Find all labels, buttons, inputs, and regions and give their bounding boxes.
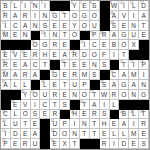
cell-letter: E xyxy=(62,23,66,30)
grid-cell-r8c6[interactable]: 35G xyxy=(50,70,60,80)
grid-cell-r4c14[interactable]: U xyxy=(129,31,139,41)
clue-number: 5 xyxy=(41,1,43,4)
grid-cell-r7c4[interactable]: C xyxy=(31,60,41,70)
cell-letter: O xyxy=(32,42,37,49)
grid-cell-r2c2[interactable]: A xyxy=(11,11,21,21)
grid-cell-r13c15[interactable]: R xyxy=(139,119,149,129)
grid-cell-r15c12[interactable]: I xyxy=(110,139,120,149)
grid-cell-r1c14[interactable]: 11L xyxy=(129,1,139,11)
cell-letter: Y xyxy=(72,23,76,30)
clue-number: 31 xyxy=(120,60,124,63)
cell-letter: E xyxy=(43,111,47,118)
grid-cell-r12c9[interactable]: E xyxy=(80,110,90,120)
grid-cell-r2c12[interactable]: 16A xyxy=(110,11,120,21)
grid-cell-r2c5[interactable]: N xyxy=(40,11,50,21)
cell-letter: M xyxy=(131,72,136,79)
grid-cell-r12c15[interactable]: 49T xyxy=(139,110,149,120)
grid-cell-r1c10[interactable]: 8S xyxy=(90,1,100,11)
clue-number: 40 xyxy=(21,90,25,93)
grid-cell-r15c3[interactable]: R xyxy=(21,139,31,149)
grid-cell-r9c7[interactable]: T xyxy=(60,80,70,90)
blocked-cell-r14c5 xyxy=(40,129,50,139)
grid-cell-r1c15[interactable]: 12D xyxy=(139,1,149,11)
clue-number: 51 xyxy=(51,119,55,122)
grid-cell-r8c3[interactable]: R xyxy=(21,70,31,80)
grid-cell-r9c6[interactable]: E xyxy=(50,80,60,90)
clue-number: 10 xyxy=(120,1,124,4)
cell-letter: O xyxy=(72,32,77,39)
grid-cell-r3c7[interactable]: E xyxy=(60,21,70,31)
grid-cell-r8c4[interactable]: A xyxy=(31,70,41,80)
grid-cell-r6c7[interactable]: A xyxy=(60,50,70,60)
grid-cell-r6c6[interactable]: E xyxy=(50,50,60,60)
clue-number: 42 xyxy=(90,90,94,93)
grid-cell-r10c11[interactable]: W xyxy=(100,90,110,100)
grid-cell-r14c15[interactable]: E xyxy=(139,129,149,139)
cell-letter: U xyxy=(131,32,136,39)
grid-cell-r1c2[interactable]: 2L xyxy=(11,1,21,11)
grid-cell-r3c2[interactable]: C xyxy=(11,21,21,31)
grid-cell-r14c1[interactable]: 52I xyxy=(1,129,11,139)
cell-letter: G xyxy=(42,42,47,49)
grid-cell-r7c13[interactable]: 31T xyxy=(119,60,129,70)
cell-letter: E xyxy=(82,111,86,118)
grid-cell-r3c9[interactable]: O xyxy=(80,21,90,31)
cell-letter: G xyxy=(121,32,126,39)
cell-letter: R xyxy=(52,92,57,99)
grid-cell-r3c13[interactable]: E xyxy=(119,21,129,31)
grid-cell-r13c12[interactable]: E xyxy=(110,119,120,129)
grid-cell-r6c4[interactable]: R xyxy=(31,50,41,60)
grid-cell-r4c10[interactable]: 21P xyxy=(90,31,100,41)
clue-number: 27 xyxy=(21,50,25,53)
cell-letter: N xyxy=(92,62,97,69)
clue-number: 22 xyxy=(100,31,104,34)
grid-cell-r10c9[interactable]: O xyxy=(80,90,90,100)
grid-cell-r9c3[interactable]: L xyxy=(21,80,31,90)
clue-number: 52 xyxy=(2,129,6,132)
cell-letter: C xyxy=(13,23,18,30)
grid-cell-r8c8[interactable]: R xyxy=(70,70,80,80)
grid-cell-r15c6[interactable]: 55E xyxy=(50,139,60,149)
grid-cell-r9c15[interactable]: N xyxy=(139,80,149,90)
grid-cell-r10c4[interactable]: 41O xyxy=(31,90,41,100)
grid-cell-r10c12[interactable]: R xyxy=(110,90,120,100)
cell-letter: E xyxy=(23,52,27,59)
grid-cell-r6c1[interactable]: 25E xyxy=(1,50,11,60)
grid-cell-r6c13[interactable]: T xyxy=(119,50,129,60)
cell-letter: R xyxy=(23,13,28,20)
blocked-cell-r10c1 xyxy=(1,90,11,100)
grid-cell-r3c14[interactable]: N xyxy=(129,21,139,31)
grid-cell-r13c13[interactable]: A xyxy=(119,119,129,129)
grid-cell-r14c4[interactable]: A xyxy=(31,129,41,139)
blocked-cell-r12c7 xyxy=(60,110,70,120)
cell-letter: L xyxy=(13,82,17,89)
grid-cell-r11c7[interactable]: S xyxy=(60,100,70,110)
grid-cell-r15c15[interactable]: S xyxy=(139,139,149,149)
grid-cell-r15c7[interactable]: X xyxy=(60,139,70,149)
grid-cell-r9c8[interactable]: U xyxy=(70,80,80,90)
grid-cell-r1c4[interactable]: 4N xyxy=(31,1,41,11)
clue-number: 45 xyxy=(2,110,6,113)
clue-number: 13 xyxy=(2,11,6,14)
grid-cell-r2c7[interactable]: 15T xyxy=(60,11,70,21)
grid-cell-r9c2[interactable]: L xyxy=(11,80,21,90)
grid-cell-r5c6[interactable]: R xyxy=(50,40,60,50)
grid-cell-r5c10[interactable]: C xyxy=(90,40,100,50)
grid-cell-r3c12[interactable]: 18S xyxy=(110,21,120,31)
grid-cell-r6c12[interactable]: I xyxy=(110,50,120,60)
blocked-cell-r9c10 xyxy=(90,80,100,90)
grid-cell-r3c10[interactable]: U xyxy=(90,21,100,31)
grid-cell-r4c15[interactable]: E xyxy=(139,31,149,41)
cell-letter: F xyxy=(102,52,106,59)
grid-cell-r10c3[interactable]: 40Y xyxy=(21,90,31,100)
cell-letter: R xyxy=(23,141,28,148)
grid-cell-r12c1[interactable]: 45C xyxy=(1,110,11,120)
cell-letter: R xyxy=(112,92,117,99)
cell-letter: I xyxy=(74,121,76,128)
grid-cell-r12c11[interactable]: S xyxy=(100,110,110,120)
grid-cell-r4c5[interactable]: 20I xyxy=(40,31,50,41)
clue-number: 3 xyxy=(21,1,23,4)
cell-letter: E xyxy=(141,32,145,39)
grid-cell-r14c13[interactable]: L xyxy=(119,129,129,139)
clue-number: 1 xyxy=(2,1,4,4)
grid-cell-r11c9[interactable]: 44T xyxy=(80,100,90,110)
grid-cell-r10c15[interactable]: G xyxy=(139,90,149,100)
grid-cell-r14c8[interactable]: N xyxy=(70,129,80,139)
grid-cell-r4c1[interactable]: 19M xyxy=(1,31,11,41)
grid-cell-r8c14[interactable]: M xyxy=(129,70,139,80)
blocked-cell-r1c6 xyxy=(50,1,60,11)
grid-cell-r10c10[interactable]: 42T xyxy=(90,90,100,100)
blocked-cell-r11c14 xyxy=(129,100,139,110)
grid-cell-r12c10[interactable]: R xyxy=(90,110,100,120)
cell-letter: N xyxy=(72,131,77,138)
cell-letter: I xyxy=(133,13,135,20)
grid-cell-r15c1[interactable]: 54P xyxy=(1,139,11,149)
grid-cell-r7c15[interactable]: 33P xyxy=(139,60,149,70)
cell-letter: S xyxy=(62,102,66,109)
clue-number: 20 xyxy=(41,31,45,34)
grid-cell-r7c8[interactable]: E xyxy=(70,60,80,70)
grid-cell-r2c6[interactable]: 14G xyxy=(50,11,60,21)
grid-cell-r15c4[interactable]: U xyxy=(31,139,41,149)
grid-cell-r12c4[interactable]: S xyxy=(31,110,41,120)
grid-cell-r5c4[interactable]: 23O xyxy=(31,40,41,50)
blocked-cell-r5c2 xyxy=(11,40,21,50)
grid-cell-r15c14[interactable]: E xyxy=(129,139,139,149)
grid-cell-r9c9[interactable]: P xyxy=(80,80,90,90)
grid-cell-r4c7[interactable]: T xyxy=(60,31,70,41)
grid-cell-r14c14[interactable]: M xyxy=(129,129,139,139)
cell-letter: A xyxy=(122,121,126,128)
blocked-cell-r4c9 xyxy=(80,31,90,41)
cell-letter: N xyxy=(23,32,28,39)
grid-cell-r6c11[interactable]: F xyxy=(100,50,110,60)
cell-letter: I xyxy=(5,131,7,138)
cell-letter: N xyxy=(52,32,57,39)
grid-cell-r13c7[interactable]: P xyxy=(60,119,70,129)
cell-letter: U xyxy=(72,82,77,89)
grid-cell-r8c2[interactable]: A xyxy=(11,70,21,80)
grid-cell-r14c6[interactable]: 53D xyxy=(50,129,60,139)
grid-cell-r2c10[interactable]: O xyxy=(90,11,100,21)
grid-cell-r3c8[interactable]: Y xyxy=(70,21,80,31)
grid-cell-r5c7[interactable]: E xyxy=(60,40,70,50)
grid-cell-r12c5[interactable]: E xyxy=(40,110,50,120)
cell-letter: S xyxy=(141,141,145,148)
grid-cell-r2c14[interactable]: I xyxy=(129,11,139,21)
grid-cell-r13c8[interactable]: I xyxy=(70,119,80,129)
cell-letter: H xyxy=(43,52,48,59)
cell-letter: R xyxy=(141,121,146,128)
grid-cell-r8c15[interactable]: I xyxy=(139,70,149,80)
grid-cell-r5c5[interactable]: G xyxy=(40,40,50,50)
cell-letter: T xyxy=(23,121,27,128)
grid-cell-r13c3[interactable]: T xyxy=(21,119,31,129)
cell-letter: E xyxy=(112,121,116,128)
grid-cell-r14c11[interactable]: E xyxy=(100,129,110,139)
grid-cell-r9c13[interactable]: G xyxy=(119,80,129,90)
cell-letter: V xyxy=(122,13,126,20)
grid-cell-r9c12[interactable]: A xyxy=(110,80,120,90)
grid-cell-r14c7[interactable]: O xyxy=(60,129,70,139)
clue-number: 55 xyxy=(51,139,55,142)
grid-cell-r1c9[interactable]: 7E xyxy=(80,1,90,11)
cell-letter: E xyxy=(132,141,136,148)
grid-cell-r15c2[interactable]: E xyxy=(11,139,21,149)
grid-cell-r4c11[interactable]: 22R xyxy=(100,31,110,41)
grid-cell-r10c13[interactable]: O xyxy=(119,90,129,100)
grid-cell-r1c13[interactable]: 10I xyxy=(119,1,129,11)
grid-cell-r3c5[interactable]: S xyxy=(40,21,50,31)
grid-cell-r6c2[interactable]: 26V xyxy=(11,50,21,60)
grid-cell-r4c3[interactable]: N xyxy=(21,31,31,41)
grid-cell-r14c3[interactable]: E xyxy=(21,129,31,139)
grid-cell-r9c11[interactable]: 39S xyxy=(100,80,110,90)
grid-cell-r11c11[interactable]: I xyxy=(100,100,110,110)
grid-cell-r4c6[interactable]: N xyxy=(50,31,60,41)
clue-number: 30 xyxy=(61,60,65,63)
grid-cell-r15c13[interactable]: D xyxy=(119,139,129,149)
grid-cell-r5c12[interactable]: B xyxy=(110,40,120,50)
blocked-cell-r6c15 xyxy=(139,50,149,60)
grid-cell-r12c6[interactable]: R xyxy=(50,110,60,120)
grid-cell-r3c15[interactable]: T xyxy=(139,21,149,31)
cell-letter: I xyxy=(34,13,36,20)
clue-number: 49 xyxy=(140,110,144,113)
grid-cell-r11c10[interactable]: A xyxy=(90,100,100,110)
clue-number: 41 xyxy=(31,90,35,93)
cell-letter: R xyxy=(33,52,38,59)
grid-cell-r13c1[interactable]: 50L xyxy=(1,119,11,129)
grid-cell-r15c8[interactable]: T xyxy=(70,139,80,149)
cell-letter: E xyxy=(13,141,17,148)
grid-cell-r14c12[interactable]: L xyxy=(110,129,120,139)
grid-cell-r13c10[interactable]: T xyxy=(90,119,100,129)
cell-letter: M xyxy=(131,131,136,138)
grid-cell-r13c2[interactable]: U xyxy=(11,119,21,129)
grid-cell-r13c6[interactable]: 51U xyxy=(50,119,60,129)
grid-cell-r1c8[interactable]: 6Y xyxy=(70,1,80,11)
grid-cell-r7c9[interactable]: E xyxy=(80,60,90,70)
grid-cell-r5c11[interactable]: E xyxy=(100,40,110,50)
cell-letter: U xyxy=(92,23,97,30)
clue-number: 36 xyxy=(110,70,114,73)
grid-cell-r10c7[interactable]: E xyxy=(60,90,70,100)
cell-letter: P xyxy=(62,121,66,128)
grid-cell-r8c9[interactable]: M xyxy=(80,70,90,80)
cell-letter: X xyxy=(62,141,66,148)
grid-cell-r10c8[interactable]: N xyxy=(70,90,80,100)
blocked-cell-r15c5 xyxy=(40,139,50,149)
grid-cell-r5c9[interactable]: 24I xyxy=(80,40,90,50)
cell-letter: E xyxy=(53,23,57,30)
grid-cell-r8c1[interactable]: 34M xyxy=(1,70,11,80)
grid-cell-r3c1[interactable]: 17I xyxy=(1,21,11,31)
grid-cell-r11c12[interactable]: L xyxy=(110,100,120,110)
grid-cell-r7c3[interactable]: A xyxy=(21,60,31,70)
cell-letter: A xyxy=(23,62,27,69)
clue-number: 16 xyxy=(110,11,114,14)
grid-cell-r2c15[interactable]: A xyxy=(139,11,149,21)
cell-letter: O xyxy=(92,13,97,20)
clue-number: 50 xyxy=(2,119,6,122)
grid-cell-r6c5[interactable]: H xyxy=(40,50,50,60)
cell-letter: L xyxy=(13,3,17,10)
cell-letter: S xyxy=(102,62,106,69)
grid-cell-r1c12[interactable]: 9W xyxy=(110,1,120,11)
grid-cell-r8c13[interactable]: A xyxy=(119,70,129,80)
grid-cell-r4c13[interactable]: G xyxy=(119,31,129,41)
cell-letter: C xyxy=(43,102,48,109)
grid-cell-r3c3[interactable]: A xyxy=(21,21,31,31)
cell-letter: T xyxy=(122,52,126,59)
grid-cell-r2c1[interactable]: 13R xyxy=(1,11,11,21)
grid-cell-r11c3[interactable]: V xyxy=(21,100,31,110)
grid-cell-r7c7[interactable]: 30T xyxy=(60,60,70,70)
grid-cell-r10c5[interactable]: U xyxy=(40,90,50,100)
grid-cell-r9c5[interactable]: 38L xyxy=(40,80,50,90)
cell-letter: D xyxy=(13,131,18,138)
cell-letter: N xyxy=(131,92,136,99)
crossword-grid: 1B2L3I4N5I6Y7E8S9W10I11L12D13RARIN14G15T… xyxy=(0,0,150,150)
grid-cell-r8c12[interactable]: 36C xyxy=(110,70,120,80)
grid-cell-r14c2[interactable]: D xyxy=(11,129,21,139)
grid-cell-r7c11[interactable]: S xyxy=(100,60,110,70)
grid-cell-r7c14[interactable]: 32I xyxy=(129,60,139,70)
grid-cell-r1c1[interactable]: 1B xyxy=(1,1,11,11)
grid-cell-r11c2[interactable]: 43E xyxy=(11,100,21,110)
grid-cell-r7c5[interactable]: T xyxy=(40,60,50,70)
grid-cell-r7c1[interactable]: 29R xyxy=(1,60,11,70)
grid-cell-r6c9[interactable]: D xyxy=(80,50,90,60)
grid-cell-r6c8[interactable]: 28R xyxy=(70,50,80,60)
grid-cell-r13c11[interactable]: H xyxy=(100,119,110,129)
cell-letter: E xyxy=(141,131,145,138)
grid-cell-r10c14[interactable]: N xyxy=(129,90,139,100)
grid-cell-r7c10[interactable]: N xyxy=(90,60,100,70)
grid-cell-r2c9[interactable]: G xyxy=(80,11,90,21)
cell-letter: L xyxy=(112,131,116,138)
grid-cell-r11c5[interactable]: C xyxy=(40,100,50,110)
grid-cell-r13c4[interactable]: E xyxy=(31,119,41,129)
cell-letter: E xyxy=(72,62,76,69)
grid-cell-r12c13[interactable]: 47B xyxy=(119,110,129,120)
clue-number: 24 xyxy=(80,40,84,43)
blocked-cell-r11c15 xyxy=(139,100,149,110)
cell-letter: N xyxy=(131,23,136,30)
grid-cell-r9c14[interactable]: A xyxy=(129,80,139,90)
grid-cell-r3c4[interactable]: N xyxy=(31,21,41,31)
grid-cell-r12c14[interactable]: 48L xyxy=(129,110,139,120)
cell-letter: O xyxy=(92,52,97,59)
cell-letter: M xyxy=(82,72,87,79)
grid-cell-r4c12[interactable]: A xyxy=(110,31,120,41)
grid-cell-r15c11[interactable]: R xyxy=(100,139,110,149)
cell-letter: N xyxy=(82,121,87,128)
grid-cell-r6c10[interactable]: O xyxy=(90,50,100,60)
cell-letter: T xyxy=(73,141,77,148)
grid-cell-r2c13[interactable]: V xyxy=(119,11,129,21)
grid-cell-r11c6[interactable]: T xyxy=(50,100,60,110)
grid-cell-r5c13[interactable]: O xyxy=(119,40,129,50)
grid-cell-r10c6[interactable]: R xyxy=(50,90,60,100)
grid-cell-r1c5[interactable]: 5I xyxy=(40,1,50,11)
cell-letter: D xyxy=(121,141,126,148)
blocked-cell-r11c13 xyxy=(119,100,129,110)
grid-cell-r5c14[interactable]: X xyxy=(129,40,139,50)
grid-cell-r12c8[interactable]: 46H xyxy=(70,110,80,120)
blocked-cell-r8c5 xyxy=(40,70,50,80)
blocked-cell-r7c6 xyxy=(50,60,60,70)
clue-number: 35 xyxy=(51,70,55,73)
grid-cell-r11c4[interactable]: I xyxy=(31,100,41,110)
cell-letter: R xyxy=(92,111,97,118)
grid-cell-r8c10[interactable]: S xyxy=(90,70,100,80)
grid-cell-r2c4[interactable]: I xyxy=(31,11,41,21)
cell-letter: L xyxy=(112,102,116,109)
cell-letter: B xyxy=(3,3,7,10)
grid-cell-r2c8[interactable]: O xyxy=(70,11,80,21)
grid-cell-r2c3[interactable]: R xyxy=(21,11,31,21)
grid-cell-r13c14[interactable]: I xyxy=(129,119,139,129)
grid-cell-r13c9[interactable]: N xyxy=(80,119,90,129)
grid-cell-r12c2[interactable]: L xyxy=(11,110,21,120)
grid-cell-r6c3[interactable]: 27E xyxy=(21,50,31,60)
grid-cell-r14c10[interactable]: T xyxy=(90,129,100,139)
cell-letter: T xyxy=(82,131,86,138)
clue-number: 14 xyxy=(51,11,55,14)
cell-letter: E xyxy=(62,92,66,99)
grid-cell-r4c2[interactable]: E xyxy=(11,31,21,41)
grid-cell-r12c3[interactable]: O xyxy=(21,110,31,120)
grid-cell-r4c8[interactable]: O xyxy=(70,31,80,41)
cell-letter: L xyxy=(23,82,27,89)
grid-cell-r1c3[interactable]: 3I xyxy=(21,1,31,11)
blocked-cell-r5c1 xyxy=(1,40,11,50)
grid-cell-r3c6[interactable]: E xyxy=(50,21,60,31)
clue-number: 25 xyxy=(2,50,6,53)
grid-cell-r8c7[interactable]: E xyxy=(60,70,70,80)
grid-cell-r14c9[interactable]: T xyxy=(80,129,90,139)
clue-number: 54 xyxy=(2,139,6,142)
grid-cell-r7c2[interactable]: E xyxy=(11,60,21,70)
grid-cell-r9c1[interactable]: 37A xyxy=(1,80,11,90)
